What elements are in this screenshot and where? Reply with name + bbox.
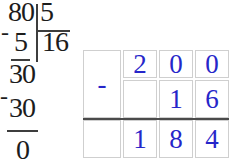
subtraction-cell-r1c4: 0 (195, 50, 229, 78)
subtraction-cell-r3c2: 1 (123, 120, 157, 158)
subtraction-cell-r2c4: 6 (195, 80, 229, 118)
remainder-1: 30 (9, 60, 35, 88)
subtraction-cell-r3c4: 4 (195, 120, 229, 158)
subtraction-result-line (83, 118, 229, 120)
subtraction-cell-r2c3: 1 (159, 80, 193, 118)
dividend: 80 (8, 0, 34, 26)
subtracted-product-2: 30 (9, 94, 35, 122)
minus-sign-2: - (0, 84, 8, 108)
subtraction-cell-r1c3: 0 (159, 50, 193, 78)
subtraction-operator-cell: - (83, 50, 121, 118)
long-division: 80 5 16 - 5 30 - 30 0 (0, 0, 82, 166)
subtraction-cell-r3c1 (83, 120, 121, 158)
subtraction-cell-r3c3: 8 (159, 120, 193, 158)
subtraction-line-2 (7, 130, 38, 132)
minus-sign-1: - (1, 20, 9, 44)
divisor: 5 (40, 0, 53, 26)
subtraction-cell-r1c2: 2 (123, 50, 157, 78)
math-worksheet: { "game": "arithmetic-worksheet (long di… (0, 0, 231, 166)
quotient: 16 (42, 28, 68, 56)
column-subtraction-grid: - 2 0 0 1 6 1 8 4 (83, 50, 229, 158)
subtraction-cell-r2c2 (123, 80, 157, 118)
final-remainder: 0 (16, 136, 29, 164)
division-vertical-bar (36, 4, 38, 62)
subtracted-product-1: 5 (14, 28, 27, 56)
